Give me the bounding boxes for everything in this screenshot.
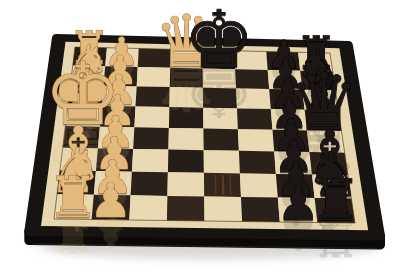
square-e4: [203, 129, 239, 151]
square-d1: [167, 196, 205, 221]
piece-black-king: ♚: [183, 0, 254, 86]
chess-set-photo: ♜♟♛♚♟♜♞♟♟♞♝♟♟♝♚♟♟♛♟♟♝♟♟♝♞♟♟♞♜♟♟♜♜♟♛♚♟♜♞♟…: [0, 0, 416, 277]
wood-grain: [223, 175, 224, 195]
wood-grain: [230, 175, 231, 195]
square-e3: [204, 150, 240, 173]
square-c1: [129, 195, 167, 220]
square-d2: [167, 172, 204, 196]
square-c2: [131, 172, 168, 196]
square-c4: [133, 127, 169, 149]
piece-white-pawn: ♟: [89, 173, 132, 228]
square-e1: [204, 196, 242, 221]
piece-black-rook: ♜: [310, 167, 361, 233]
square-d3: [168, 150, 204, 173]
square-c3: [132, 149, 169, 172]
chess-board: ♜♟♛♚♟♜♞♟♟♞♝♟♟♝♚♟♟♛♟♟♝♟♟♝♞♟♟♞♜♟♟♜♜♟♛♚♟♜♞♟…: [0, 0, 416, 277]
